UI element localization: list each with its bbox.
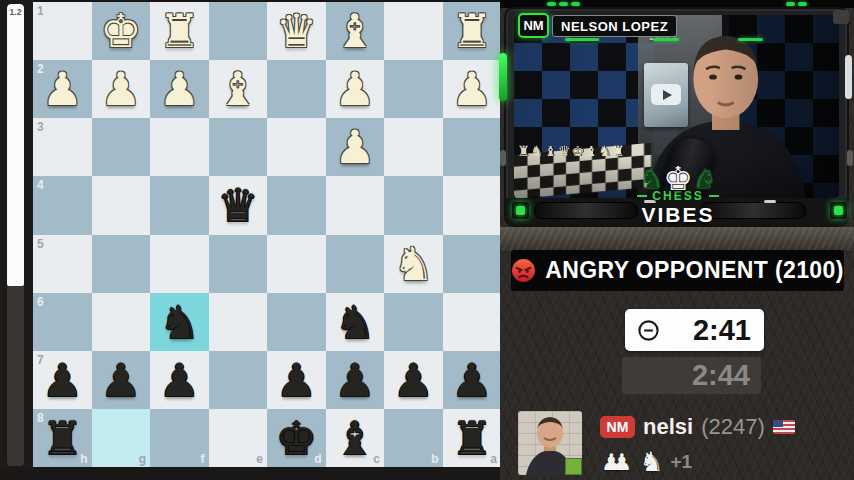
piece-wp-f2[interactable]: ♟ <box>159 66 200 112</box>
piece-wn-b5[interactable]: ♞ <box>393 241 434 287</box>
square-g4[interactable] <box>92 176 151 234</box>
square-f6[interactable]: ♞ <box>150 293 209 351</box>
player-title-badge: NM <box>600 416 635 438</box>
knight-logo-icon: ♞ <box>693 166 716 192</box>
eval-value: 1.2 <box>7 7 24 17</box>
piece-wr-f1[interactable]: ♜ <box>159 8 200 54</box>
frame-notch-icon <box>500 150 506 166</box>
square-h2[interactable]: 2♟ <box>33 60 92 118</box>
square-h8[interactable]: 8h♜ <box>33 409 92 467</box>
frame-corner-icon <box>833 10 849 24</box>
streamer-name-badge: NELSON LOPEZ <box>552 15 677 37</box>
piece-wr-a1[interactable]: ♜ <box>451 8 492 54</box>
square-c6[interactable]: ♞ <box>326 293 385 351</box>
piece-bn-c6[interactable]: ♞ <box>334 299 375 345</box>
piece-br-a8[interactable]: ♜ <box>451 415 492 461</box>
square-h1[interactable]: 1 <box>33 2 92 60</box>
square-g5[interactable] <box>92 235 151 293</box>
square-g6[interactable] <box>92 293 151 351</box>
player-name[interactable]: nelsi <box>643 414 693 440</box>
square-d5[interactable] <box>267 235 326 293</box>
square-b4[interactable] <box>384 176 443 234</box>
file-label: e <box>256 453 263 465</box>
opponent-time: 2:41 <box>660 314 764 347</box>
green-dash-icon <box>738 38 763 41</box>
minus-circle-icon <box>637 319 660 342</box>
square-b3[interactable] <box>384 118 443 176</box>
piece-bp-g7[interactable]: ♟ <box>100 357 141 403</box>
green-side-light-icon <box>499 53 507 101</box>
square-d1[interactable]: ♛ <box>267 2 326 60</box>
square-e6[interactable] <box>209 293 268 351</box>
piece-bk-d8[interactable]: ♚ <box>276 415 317 461</box>
square-h6[interactable]: 6 <box>33 293 92 351</box>
square-c4[interactable] <box>326 176 385 234</box>
square-d4[interactable] <box>267 176 326 234</box>
piece-wk-g1[interactable]: ♚ <box>100 8 141 54</box>
file-label: g <box>139 453 146 465</box>
square-f8[interactable]: f <box>150 409 209 467</box>
square-b5[interactable]: ♞ <box>384 235 443 293</box>
square-c7[interactable]: ♟ <box>326 351 385 409</box>
piece-bp-a7[interactable]: ♟ <box>451 357 492 403</box>
square-e3[interactable] <box>209 118 268 176</box>
square-c8[interactable]: c♝ <box>326 409 385 467</box>
piece-br-h8[interactable]: ♜ <box>42 415 83 461</box>
captured-knight-icon: ♞ <box>639 446 663 477</box>
square-d8[interactable]: d♚ <box>267 409 326 467</box>
square-g1[interactable]: ♚ <box>92 2 151 60</box>
square-g3[interactable] <box>92 118 151 176</box>
square-e1[interactable] <box>209 2 268 60</box>
piece-bn-f6[interactable]: ♞ <box>159 299 200 345</box>
king-logo-icon: ♚ <box>663 159 693 198</box>
live-indicator-left-icon <box>512 202 529 219</box>
player-rating: (2247) <box>701 414 765 440</box>
square-e2[interactable]: ♝ <box>209 60 268 118</box>
opponent-label: ANGRY OPPONENT (2100) <box>545 257 844 284</box>
piece-bb-c8[interactable]: ♝ <box>334 415 375 461</box>
player-info-row: NM nelsi (2247) <box>600 414 795 440</box>
captured-pawns-icon: ♟♟ <box>601 449 632 475</box>
piece-wp-a2[interactable]: ♟ <box>451 66 492 112</box>
rank-label: 3 <box>37 121 44 133</box>
green-dash-icon <box>786 2 795 6</box>
piece-wp-c3[interactable]: ♟ <box>334 124 375 170</box>
square-b2[interactable] <box>384 60 443 118</box>
chess-board: 1♚♜♛♝♜2♟♟♟♝♟♟3♟4♛5♞6♞♞7♟♟♟♟♟♟♟8h♜gfed♚c♝… <box>33 2 501 467</box>
rank-label: 1 <box>37 5 44 17</box>
green-dash-icon <box>798 2 807 6</box>
square-b7[interactable]: ♟ <box>384 351 443 409</box>
square-a1[interactable]: ♜ <box>443 2 502 60</box>
square-h5[interactable]: 5 <box>33 235 92 293</box>
green-dash-icon <box>653 38 679 41</box>
square-c1[interactable]: ♝ <box>326 2 385 60</box>
green-dash-icon <box>571 2 580 6</box>
square-c5[interactable] <box>326 235 385 293</box>
square-d6[interactable] <box>267 293 326 351</box>
square-f4[interactable] <box>150 176 209 234</box>
square-b8[interactable]: b <box>384 409 443 467</box>
square-c2[interactable]: ♟ <box>326 60 385 118</box>
piece-wp-h2[interactable]: ♟ <box>42 66 83 112</box>
piece-bp-c7[interactable]: ♟ <box>334 357 375 403</box>
square-e4[interactable]: ♛ <box>209 176 268 234</box>
square-f5[interactable] <box>150 235 209 293</box>
eval-bar: 1.2 <box>7 4 24 466</box>
live-indicator-right-icon <box>830 202 847 219</box>
square-a5[interactable] <box>443 235 502 293</box>
piece-wp-g2[interactable]: ♟ <box>100 66 141 112</box>
square-f1[interactable]: ♜ <box>150 2 209 60</box>
piece-wp-c2[interactable]: ♟ <box>334 66 375 112</box>
square-e7[interactable] <box>209 351 268 409</box>
square-c3[interactable]: ♟ <box>326 118 385 176</box>
board-bottom-strip <box>0 467 501 480</box>
square-a3[interactable] <box>443 118 502 176</box>
opponent-clock: 2:41 <box>625 309 764 351</box>
rank-label: 4 <box>37 179 44 191</box>
piece-wq-d1[interactable]: ♛ <box>276 8 317 54</box>
white-dash-icon <box>764 200 776 203</box>
square-h4[interactable]: 4 <box>33 176 92 234</box>
square-f7[interactable]: ♟ <box>150 351 209 409</box>
square-e5[interactable] <box>209 235 268 293</box>
square-a2[interactable]: ♟ <box>443 60 502 118</box>
square-d2[interactable] <box>267 60 326 118</box>
piece-bp-d7[interactable]: ♟ <box>276 357 317 403</box>
square-e8[interactable]: e <box>209 409 268 467</box>
square-d3[interactable] <box>267 118 326 176</box>
rank-label: 5 <box>37 238 44 250</box>
white-side-light-icon <box>845 55 852 99</box>
square-a7[interactable]: ♟ <box>443 351 502 409</box>
piece-wb-c1[interactable]: ♝ <box>334 8 375 54</box>
frame-notch-icon <box>847 150 853 166</box>
eval-bar-white-section <box>7 4 24 286</box>
square-f2[interactable]: ♟ <box>150 60 209 118</box>
player-clock: 2:44 <box>622 357 761 394</box>
desk-strip <box>500 227 854 251</box>
online-status-indicator <box>565 458 582 475</box>
player-time: 2:44 <box>622 359 761 392</box>
piece-wb-e2[interactable]: ♝ <box>217 66 258 112</box>
piece-bq-e4[interactable]: ♛ <box>217 182 258 228</box>
green-dash-icon <box>559 2 568 6</box>
piece-bp-f7[interactable]: ♟ <box>159 357 200 403</box>
square-g8[interactable]: g <box>92 409 151 467</box>
chess-vibes-logo: ♞♚♞ CHESS VIBES <box>628 160 728 227</box>
square-a6[interactable] <box>443 293 502 351</box>
square-d7[interactable]: ♟ <box>267 351 326 409</box>
captured-pieces-row: ♟♟ ♞ +1 <box>601 446 692 477</box>
piece-bp-b7[interactable]: ♟ <box>393 357 434 403</box>
logo-vibes-text: VIBES <box>628 203 728 227</box>
opponent-banner: ANGRY OPPONENT (2100) <box>511 250 844 291</box>
square-b6[interactable] <box>384 293 443 351</box>
square-a8[interactable]: a♜ <box>443 409 502 467</box>
green-dash-icon <box>565 38 599 41</box>
file-label: b <box>431 453 438 465</box>
rank-label: 6 <box>37 296 44 308</box>
piece-bp-h7[interactable]: ♟ <box>42 357 83 403</box>
square-g2[interactable]: ♟ <box>92 60 151 118</box>
material-advantage: +1 <box>670 451 692 473</box>
green-dash-icon <box>547 2 556 6</box>
bar-slot-left <box>534 202 638 219</box>
square-b1[interactable] <box>384 2 443 60</box>
square-h3[interactable]: 3 <box>33 118 92 176</box>
stream-overlay: 1.2 1♚♜♛♝♜2♟♟♟♝♟♟3♟4♛5♞6♞♞7♟♟♟♟♟♟♟8h♜gfe… <box>0 0 854 480</box>
streamer-title-badge: NM <box>518 13 549 38</box>
square-g7[interactable]: ♟ <box>92 351 151 409</box>
square-h7[interactable]: 7♟ <box>33 351 92 409</box>
square-a4[interactable] <box>443 176 502 234</box>
file-label: f <box>201 453 205 465</box>
square-f3[interactable] <box>150 118 209 176</box>
angry-emoji-icon <box>511 258 536 283</box>
us-flag-icon <box>773 420 795 434</box>
